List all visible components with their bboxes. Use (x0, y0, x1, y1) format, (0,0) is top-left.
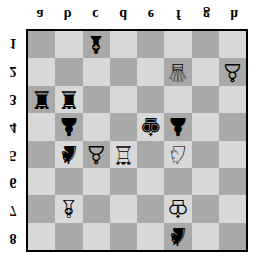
square-b7[interactable]: ♗ (55, 195, 82, 222)
rank-labels: 12345678 (0, 29, 26, 252)
rank-label-5: 5 (0, 141, 26, 169)
square-d8[interactable] (110, 223, 137, 250)
square-f6[interactable] (164, 168, 191, 195)
file-label-a: a (26, 0, 54, 29)
square-d1[interactable] (110, 31, 137, 58)
rank-label-7: 7 (0, 196, 26, 224)
square-d3[interactable] (110, 86, 137, 113)
rank-label-4: 4 (0, 113, 26, 141)
rank-label-3: 3 (0, 85, 26, 113)
square-f5[interactable]: ♘ (164, 141, 191, 168)
file-label-g: g (193, 0, 221, 29)
file-label-f: f (165, 0, 193, 29)
square-b1[interactable] (55, 31, 82, 58)
square-d7[interactable] (110, 195, 137, 222)
file-label-b: b (54, 0, 82, 29)
piece-white-rook[interactable]: ♖ (112, 142, 134, 167)
square-d6[interactable] (110, 168, 137, 195)
square-a4[interactable] (28, 113, 55, 140)
rank-label-1: 1 (0, 29, 26, 57)
square-c2[interactable] (83, 58, 110, 85)
square-g7[interactable] (192, 195, 219, 222)
chess-board: ♝♕♙♜♜♟♚♟♞♙♖♘♗♔♞ (26, 29, 248, 252)
square-b3[interactable]: ♜ (55, 86, 82, 113)
piece-black-pawn[interactable]: ♟ (58, 114, 80, 139)
square-a6[interactable] (28, 168, 55, 195)
piece-white-knight[interactable]: ♘ (167, 142, 189, 167)
piece-black-bishop[interactable]: ♝ (85, 32, 107, 57)
square-c1[interactable]: ♝ (83, 31, 110, 58)
file-labels: abcdefgh (26, 0, 248, 29)
square-e7[interactable] (137, 195, 164, 222)
square-c3[interactable] (83, 86, 110, 113)
square-f7[interactable]: ♔ (164, 195, 191, 222)
square-b6[interactable] (55, 168, 82, 195)
square-b8[interactable] (55, 223, 82, 250)
piece-black-rook[interactable]: ♜ (58, 87, 80, 112)
piece-black-knight[interactable]: ♞ (58, 142, 80, 167)
rank-label-6: 6 (0, 168, 26, 196)
square-c6[interactable] (83, 168, 110, 195)
rank-label-2: 2 (0, 57, 26, 85)
square-b4[interactable]: ♟ (55, 113, 82, 140)
square-c4[interactable] (83, 113, 110, 140)
square-a8[interactable] (28, 223, 55, 250)
piece-white-pawn[interactable]: ♙ (85, 142, 107, 167)
square-f8[interactable]: ♞ (164, 223, 191, 250)
square-e1[interactable] (137, 31, 164, 58)
square-f1[interactable] (164, 31, 191, 58)
piece-black-king[interactable]: ♚ (139, 114, 161, 139)
square-f4[interactable]: ♟ (164, 113, 191, 140)
square-e3[interactable] (137, 86, 164, 113)
piece-white-queen[interactable]: ♕ (167, 60, 189, 85)
square-g8[interactable] (192, 223, 219, 250)
square-h8[interactable] (219, 223, 246, 250)
square-h1[interactable] (219, 31, 246, 58)
file-label-h: h (220, 0, 248, 29)
rank-label-8: 8 (0, 224, 26, 252)
square-a3[interactable]: ♜ (28, 86, 55, 113)
square-a7[interactable] (28, 195, 55, 222)
piece-black-knight[interactable]: ♞ (167, 224, 189, 249)
piece-white-king[interactable]: ♔ (167, 196, 189, 221)
square-e4[interactable]: ♚ (137, 113, 164, 140)
square-e2[interactable] (137, 58, 164, 85)
square-g4[interactable] (192, 113, 219, 140)
square-d2[interactable] (110, 58, 137, 85)
square-e6[interactable] (137, 168, 164, 195)
piece-black-rook[interactable]: ♜ (30, 87, 52, 112)
square-d4[interactable] (110, 113, 137, 140)
square-g1[interactable] (192, 31, 219, 58)
square-h4[interactable] (219, 113, 246, 140)
square-g2[interactable] (192, 58, 219, 85)
square-a1[interactable] (28, 31, 55, 58)
square-a2[interactable] (28, 58, 55, 85)
file-label-c: c (82, 0, 110, 29)
square-a5[interactable] (28, 141, 55, 168)
square-h5[interactable] (219, 141, 246, 168)
square-h3[interactable] (219, 86, 246, 113)
square-h7[interactable] (219, 195, 246, 222)
piece-white-bishop[interactable]: ♗ (58, 196, 80, 221)
piece-white-pawn[interactable]: ♙ (221, 60, 243, 85)
square-f3[interactable] (164, 86, 191, 113)
square-g3[interactable] (192, 86, 219, 113)
square-c7[interactable] (83, 195, 110, 222)
square-e5[interactable] (137, 141, 164, 168)
square-c8[interactable] (83, 223, 110, 250)
square-e8[interactable] (137, 223, 164, 250)
square-c5[interactable]: ♙ (83, 141, 110, 168)
square-h2[interactable]: ♙ (219, 58, 246, 85)
square-g6[interactable] (192, 168, 219, 195)
square-b2[interactable] (55, 58, 82, 85)
square-g5[interactable] (192, 141, 219, 168)
square-h6[interactable] (219, 168, 246, 195)
square-d5[interactable]: ♖ (110, 141, 137, 168)
chess-diagram: abcdefgh 12345678 ♝♕♙♜♜♟♚♟♞♙♖♘♗♔♞ (0, 0, 256, 256)
square-b5[interactable]: ♞ (55, 141, 82, 168)
piece-black-pawn[interactable]: ♟ (167, 114, 189, 139)
square-f2[interactable]: ♕ (164, 58, 191, 85)
file-label-e: e (137, 0, 165, 29)
file-label-d: d (109, 0, 137, 29)
